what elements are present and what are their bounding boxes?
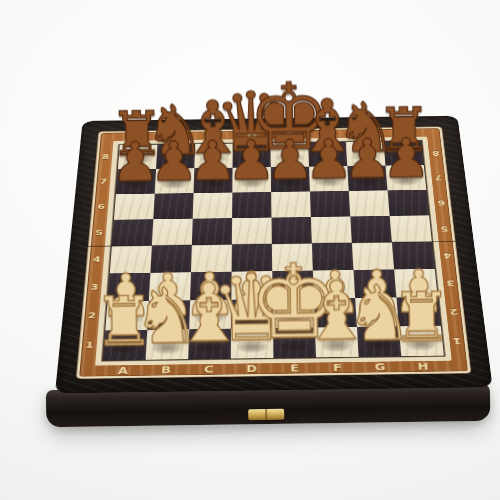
chess-board: 8877665544332211AABBCCDDEEFFGGHH ♜♞♝♛♚♝♞… — [55, 116, 493, 394]
file-label-top-f: F — [308, 130, 346, 139]
scene-tilt: 8877665544332211AABBCCDDEEFFGGHH ♜♞♝♛♚♝♞… — [0, 0, 500, 500]
piece-black-pawn-h7: ♟ — [386, 165, 427, 190]
file-label-top-a: A — [120, 132, 158, 141]
black-pawn-icon: ♟ — [382, 131, 431, 186]
rank-label-left-5: 5 — [91, 220, 107, 247]
rank-label-right-7: 7 — [430, 165, 446, 190]
chess-set-photo: 8877665544332211AABBCCDDEEFFGGHH ♜♞♝♛♚♝♞… — [0, 0, 500, 500]
file-label-top-d: D — [233, 131, 271, 140]
piece-white-rook-h1: ♜ — [399, 325, 444, 355]
file-label-top-g: G — [345, 129, 383, 138]
rank-label-right-5: 5 — [436, 215, 453, 242]
rank-label-left-8: 8 — [98, 145, 113, 169]
white-rook-icon: ♜ — [391, 283, 453, 352]
rank-label-left-7: 7 — [96, 169, 112, 194]
file-label-top-b: B — [158, 132, 196, 141]
file-label-top-c: C — [195, 131, 233, 140]
file-label-top-e: E — [270, 130, 308, 139]
scene: 8877665544332211AABBCCDDEEFFGGHH ♜♞♝♛♚♝♞… — [0, 0, 500, 500]
pieces-layer: ♜♞♝♛♚♝♞♜♟♟♟♟♟♟♟♟♟♟♟♟♟♟♟♟♜♞♝♛♚♝♞♜ — [55, 116, 493, 394]
rank-label-right-6: 6 — [433, 190, 450, 216]
rank-label-right-8: 8 — [428, 141, 444, 165]
rank-label-left-6: 6 — [93, 194, 109, 220]
file-label-top-h: H — [382, 129, 420, 138]
